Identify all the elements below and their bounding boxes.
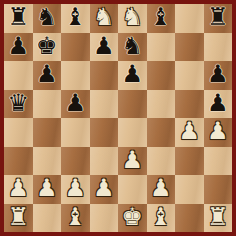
square-f4[interactable]	[147, 118, 176, 147]
square-d4[interactable]	[90, 118, 119, 147]
white-pawn-f2[interactable]: ♟	[150, 176, 172, 200]
square-d2[interactable]: ♟	[90, 175, 119, 204]
square-e6[interactable]: ♟	[118, 61, 147, 90]
white-knight-d8[interactable]: ♞	[93, 5, 115, 29]
square-b2[interactable]: ♟	[33, 175, 62, 204]
square-b3[interactable]	[33, 147, 62, 176]
square-g4[interactable]: ♟	[175, 118, 204, 147]
black-rook-a8[interactable]: ♜	[7, 5, 29, 29]
square-h6[interactable]: ♟	[204, 61, 233, 90]
white-pawn-h4[interactable]: ♟	[207, 119, 229, 143]
black-rook-h8[interactable]: ♜	[207, 5, 229, 29]
square-c6[interactable]	[61, 61, 90, 90]
square-f5[interactable]	[147, 90, 176, 119]
square-g1[interactable]	[175, 204, 204, 233]
white-pawn-b2[interactable]: ♟	[36, 176, 58, 200]
square-b8[interactable]: ♞	[33, 4, 62, 33]
square-b1[interactable]	[33, 204, 62, 233]
square-a7[interactable]: ♟	[4, 33, 33, 62]
square-c4[interactable]	[61, 118, 90, 147]
square-g8[interactable]	[175, 4, 204, 33]
square-e2[interactable]	[118, 175, 147, 204]
square-g2[interactable]	[175, 175, 204, 204]
square-f3[interactable]	[147, 147, 176, 176]
square-e5[interactable]	[118, 90, 147, 119]
square-c5[interactable]: ♟	[61, 90, 90, 119]
white-king-e1[interactable]: ♚	[121, 205, 143, 229]
square-h3[interactable]	[204, 147, 233, 176]
square-g5[interactable]	[175, 90, 204, 119]
black-knight-b8[interactable]: ♞	[36, 5, 58, 29]
square-a4[interactable]	[4, 118, 33, 147]
white-pawn-d2[interactable]: ♟	[93, 176, 115, 200]
square-d1[interactable]	[90, 204, 119, 233]
square-a1[interactable]: ♜	[4, 204, 33, 233]
square-d8[interactable]: ♞	[90, 4, 119, 33]
black-bishop-c8[interactable]: ♝	[64, 5, 86, 29]
square-h7[interactable]	[204, 33, 233, 62]
white-rook-h1[interactable]: ♜	[207, 205, 229, 229]
square-g3[interactable]	[175, 147, 204, 176]
square-d6[interactable]	[90, 61, 119, 90]
white-bishop-f1[interactable]: ♝	[150, 205, 172, 229]
black-king-b7[interactable]: ♚	[36, 34, 58, 58]
square-b7[interactable]: ♚	[33, 33, 62, 62]
square-e3[interactable]: ♟	[118, 147, 147, 176]
square-h4[interactable]: ♟	[204, 118, 233, 147]
square-a3[interactable]	[4, 147, 33, 176]
square-f6[interactable]	[147, 61, 176, 90]
square-e7[interactable]: ♞	[118, 33, 147, 62]
black-pawn-h6[interactable]: ♟	[207, 62, 229, 86]
square-b5[interactable]	[33, 90, 62, 119]
square-f2[interactable]: ♟	[147, 175, 176, 204]
black-pawn-a7[interactable]: ♟	[7, 34, 29, 58]
square-g7[interactable]	[175, 33, 204, 62]
square-c8[interactable]: ♝	[61, 4, 90, 33]
square-c2[interactable]: ♟	[61, 175, 90, 204]
black-pawn-c5[interactable]: ♟	[64, 91, 86, 115]
black-pawn-b6[interactable]: ♟	[36, 62, 58, 86]
black-queen-a5[interactable]: ♛	[7, 91, 29, 115]
black-knight-e7[interactable]: ♞	[121, 34, 143, 58]
square-c1[interactable]: ♝	[61, 204, 90, 233]
white-bishop-c1[interactable]: ♝	[64, 205, 86, 229]
square-g6[interactable]	[175, 61, 204, 90]
black-bishop-f8[interactable]: ♝	[150, 5, 172, 29]
square-a6[interactable]	[4, 61, 33, 90]
chess-board: ♜♞♝♞♞♝♜♟♚♟♞♟♟♟♛♟♟♟♟♟♟♟♟♟♟♜♝♚♝♜	[4, 4, 232, 232]
square-h2[interactable]	[204, 175, 233, 204]
square-d5[interactable]	[90, 90, 119, 119]
square-f7[interactable]	[147, 33, 176, 62]
white-knight-e8[interactable]: ♞	[121, 5, 143, 29]
square-e1[interactable]: ♚	[118, 204, 147, 233]
square-a2[interactable]: ♟	[4, 175, 33, 204]
square-c7[interactable]	[61, 33, 90, 62]
square-f1[interactable]: ♝	[147, 204, 176, 233]
white-pawn-g4[interactable]: ♟	[178, 119, 200, 143]
white-rook-a1[interactable]: ♜	[7, 205, 29, 229]
white-pawn-a2[interactable]: ♟	[7, 176, 29, 200]
square-h8[interactable]: ♜	[204, 4, 233, 33]
square-b6[interactable]: ♟	[33, 61, 62, 90]
white-pawn-e3[interactable]: ♟	[121, 148, 143, 172]
square-e8[interactable]: ♞	[118, 4, 147, 33]
square-f8[interactable]: ♝	[147, 4, 176, 33]
square-h1[interactable]: ♜	[204, 204, 233, 233]
black-pawn-h5[interactable]: ♟	[207, 91, 229, 115]
black-pawn-d7[interactable]: ♟	[93, 34, 115, 58]
square-e4[interactable]	[118, 118, 147, 147]
square-a8[interactable]: ♜	[4, 4, 33, 33]
square-c3[interactable]	[61, 147, 90, 176]
square-h5[interactable]: ♟	[204, 90, 233, 119]
chess-board-frame: ♜♞♝♞♞♝♜♟♚♟♞♟♟♟♛♟♟♟♟♟♟♟♟♟♟♜♝♚♝♜	[0, 0, 236, 236]
square-d3[interactable]	[90, 147, 119, 176]
square-d7[interactable]: ♟	[90, 33, 119, 62]
square-b4[interactable]	[33, 118, 62, 147]
white-pawn-c2[interactable]: ♟	[64, 176, 86, 200]
black-pawn-e6[interactable]: ♟	[121, 62, 143, 86]
square-a5[interactable]: ♛	[4, 90, 33, 119]
